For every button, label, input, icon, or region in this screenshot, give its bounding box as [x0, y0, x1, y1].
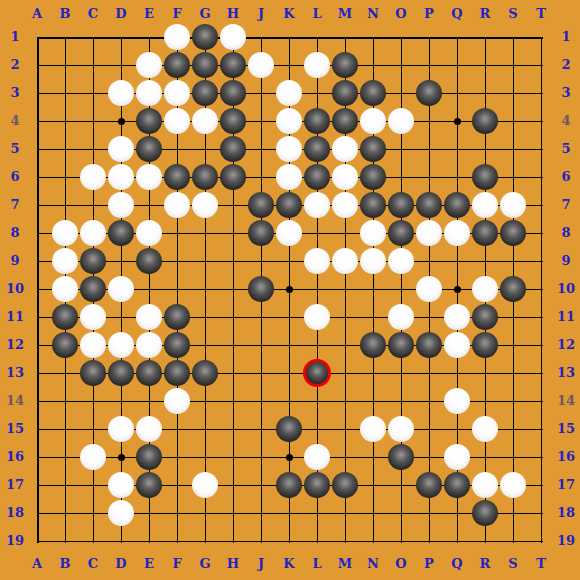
white-stone: [136, 80, 162, 106]
column-label-bottom: P: [419, 557, 439, 571]
column-label-top: B: [55, 7, 75, 21]
row-label-right: 14: [553, 394, 579, 408]
column-label-bottom: C: [83, 557, 103, 571]
white-stone: [304, 444, 330, 470]
white-stone: [108, 80, 134, 106]
black-stone: [192, 360, 218, 386]
white-stone: [332, 136, 358, 162]
page: { "game": "go", "board": { "size": 19, "…: [0, 0, 580, 580]
black-stone: [360, 332, 386, 358]
column-label-bottom: L: [307, 557, 327, 571]
white-stone: [136, 164, 162, 190]
black-stone: [416, 332, 442, 358]
go-board[interactable]: AABBCCDDEEFFGGHHJJKKLLMMNNOOPPQQRRSSTT11…: [0, 0, 580, 580]
column-label-top: C: [83, 7, 103, 21]
white-stone: [416, 276, 442, 302]
white-stone: [192, 472, 218, 498]
black-stone: [304, 472, 330, 498]
white-stone: [388, 248, 414, 274]
black-stone: [472, 220, 498, 246]
row-label-right: 5: [553, 142, 579, 156]
row-label-left: 1: [2, 30, 28, 44]
white-stone: [164, 192, 190, 218]
black-stone: [472, 500, 498, 526]
hoshi-dot: [454, 286, 461, 293]
row-label-right: 15: [553, 422, 579, 436]
column-label-top: N: [363, 7, 383, 21]
black-stone: [388, 444, 414, 470]
white-stone: [472, 472, 498, 498]
white-stone: [52, 248, 78, 274]
white-stone: [136, 52, 162, 78]
black-stone: [444, 192, 470, 218]
black-stone: [472, 332, 498, 358]
black-stone: [192, 52, 218, 78]
black-stone: [192, 24, 218, 50]
white-stone: [276, 136, 302, 162]
column-label-top: R: [475, 7, 495, 21]
white-stone: [388, 416, 414, 442]
last-move-marker: [303, 359, 331, 387]
column-label-top: M: [335, 7, 355, 21]
black-stone: [416, 80, 442, 106]
white-stone: [444, 220, 470, 246]
black-stone: [192, 164, 218, 190]
black-stone: [108, 360, 134, 386]
hoshi-dot: [454, 118, 461, 125]
white-stone: [136, 220, 162, 246]
column-label-bottom: O: [391, 557, 411, 571]
row-label-right: 18: [553, 506, 579, 520]
row-label-right: 6: [553, 170, 579, 184]
column-label-bottom: F: [167, 557, 187, 571]
white-stone: [276, 80, 302, 106]
white-stone: [444, 332, 470, 358]
column-label-top: G: [195, 7, 215, 21]
black-stone: [108, 220, 134, 246]
column-label-top: T: [531, 7, 551, 21]
white-stone: [164, 80, 190, 106]
row-label-right: 16: [553, 450, 579, 464]
row-label-right: 3: [553, 86, 579, 100]
column-label-top: K: [279, 7, 299, 21]
row-label-right: 19: [553, 534, 579, 548]
black-stone: [136, 472, 162, 498]
column-label-bottom: S: [503, 557, 523, 571]
white-stone: [248, 52, 274, 78]
column-label-top: D: [111, 7, 131, 21]
black-stone: [416, 192, 442, 218]
hoshi-dot: [286, 286, 293, 293]
white-stone: [304, 192, 330, 218]
black-stone: [220, 52, 246, 78]
white-stone: [276, 164, 302, 190]
white-stone: [388, 304, 414, 330]
black-stone: [248, 276, 274, 302]
black-stone: [192, 80, 218, 106]
white-stone: [332, 164, 358, 190]
column-label-top: J: [251, 7, 271, 21]
white-stone: [80, 164, 106, 190]
black-stone: [52, 332, 78, 358]
black-stone: [444, 472, 470, 498]
white-stone: [304, 304, 330, 330]
black-stone: [360, 80, 386, 106]
black-stone: [360, 164, 386, 190]
column-label-top: F: [167, 7, 187, 21]
white-stone: [444, 444, 470, 470]
row-label-left: 12: [2, 338, 28, 352]
white-stone: [332, 248, 358, 274]
row-label-right: 7: [553, 198, 579, 212]
black-stone: [52, 304, 78, 330]
column-label-bottom: T: [531, 557, 551, 571]
white-stone: [52, 276, 78, 302]
column-label-bottom: G: [195, 557, 215, 571]
white-stone: [444, 388, 470, 414]
black-stone: [500, 220, 526, 246]
black-stone: [360, 136, 386, 162]
hoshi-dot: [118, 454, 125, 461]
black-stone: [164, 304, 190, 330]
white-stone: [416, 220, 442, 246]
row-label-right: 1: [553, 30, 579, 44]
black-stone: [136, 248, 162, 274]
black-stone: [80, 360, 106, 386]
white-stone: [164, 108, 190, 134]
white-stone: [332, 192, 358, 218]
black-stone: [80, 248, 106, 274]
white-stone: [108, 136, 134, 162]
white-stone: [304, 52, 330, 78]
white-stone: [276, 108, 302, 134]
white-stone: [304, 248, 330, 274]
row-label-right: 17: [553, 478, 579, 492]
column-label-top: S: [503, 7, 523, 21]
black-stone: [164, 52, 190, 78]
white-stone: [108, 332, 134, 358]
hoshi-dot: [118, 118, 125, 125]
black-stone: [248, 192, 274, 218]
white-stone: [108, 416, 134, 442]
white-stone: [360, 416, 386, 442]
black-stone: [276, 192, 302, 218]
white-stone: [360, 220, 386, 246]
column-label-bottom: K: [279, 557, 299, 571]
row-label-left: 18: [2, 506, 28, 520]
white-stone: [500, 472, 526, 498]
black-stone: [332, 472, 358, 498]
white-stone: [472, 192, 498, 218]
white-stone: [136, 332, 162, 358]
black-stone: [136, 444, 162, 470]
column-label-bottom: D: [111, 557, 131, 571]
black-stone: [220, 108, 246, 134]
black-stone: [136, 108, 162, 134]
row-label-left: 19: [2, 534, 28, 548]
white-stone: [192, 108, 218, 134]
row-label-left: 17: [2, 478, 28, 492]
column-label-bottom: E: [139, 557, 159, 571]
white-stone: [80, 332, 106, 358]
black-stone: [500, 276, 526, 302]
black-stone: [332, 52, 358, 78]
white-stone: [360, 248, 386, 274]
black-stone: [472, 164, 498, 190]
black-stone: [388, 332, 414, 358]
white-stone: [500, 192, 526, 218]
black-stone: [80, 276, 106, 302]
row-label-right: 12: [553, 338, 579, 352]
white-stone: [472, 276, 498, 302]
column-label-bottom: Q: [447, 557, 467, 571]
column-label-bottom: B: [55, 557, 75, 571]
black-stone: [164, 164, 190, 190]
row-label-left: 2: [2, 58, 28, 72]
white-stone: [220, 24, 246, 50]
white-stone: [276, 220, 302, 246]
row-label-right: 4: [553, 114, 579, 128]
column-label-top: H: [223, 7, 243, 21]
row-label-left: 3: [2, 86, 28, 100]
white-stone: [388, 108, 414, 134]
column-label-top: Q: [447, 7, 467, 21]
black-stone: [220, 80, 246, 106]
white-stone: [52, 220, 78, 246]
black-stone: [248, 220, 274, 246]
row-label-right: 8: [553, 226, 579, 240]
black-stone: [360, 192, 386, 218]
row-label-left: 5: [2, 142, 28, 156]
column-label-bottom: N: [363, 557, 383, 571]
row-label-left: 15: [2, 422, 28, 436]
black-stone: [416, 472, 442, 498]
column-label-bottom: R: [475, 557, 495, 571]
black-stone: [332, 80, 358, 106]
column-label-bottom: J: [251, 557, 271, 571]
white-stone: [108, 472, 134, 498]
column-label-top: E: [139, 7, 159, 21]
white-stone: [80, 444, 106, 470]
white-stone: [192, 192, 218, 218]
black-stone: [164, 360, 190, 386]
column-label-top: A: [27, 7, 47, 21]
black-stone: [136, 360, 162, 386]
row-label-left: 11: [2, 310, 28, 324]
white-stone: [108, 164, 134, 190]
white-stone: [80, 220, 106, 246]
white-stone: [80, 304, 106, 330]
black-stone: [276, 416, 302, 442]
row-label-left: 16: [2, 450, 28, 464]
column-label-top: L: [307, 7, 327, 21]
black-stone: [472, 304, 498, 330]
column-label-bottom: M: [335, 557, 355, 571]
white-stone: [136, 416, 162, 442]
row-label-left: 6: [2, 170, 28, 184]
black-stone: [136, 136, 162, 162]
row-label-left: 13: [2, 366, 28, 380]
column-label-bottom: A: [27, 557, 47, 571]
row-label-right: 9: [553, 254, 579, 268]
black-stone: [332, 108, 358, 134]
white-stone: [444, 304, 470, 330]
column-label-bottom: H: [223, 557, 243, 571]
black-stone: [220, 164, 246, 190]
white-stone: [108, 500, 134, 526]
hoshi-dot: [286, 454, 293, 461]
row-label-right: 13: [553, 366, 579, 380]
white-stone: [360, 108, 386, 134]
row-label-left: 9: [2, 254, 28, 268]
black-stone: [388, 192, 414, 218]
row-label-right: 10: [553, 282, 579, 296]
black-stone: [304, 164, 330, 190]
black-stone: [304, 136, 330, 162]
white-stone: [108, 276, 134, 302]
column-label-top: O: [391, 7, 411, 21]
row-label-left: 8: [2, 226, 28, 240]
black-stone: [220, 136, 246, 162]
white-stone: [164, 24, 190, 50]
white-stone: [108, 192, 134, 218]
row-label-left: 10: [2, 282, 28, 296]
black-stone: [472, 108, 498, 134]
black-stone: [276, 472, 302, 498]
white-stone: [164, 388, 190, 414]
row-label-left: 7: [2, 198, 28, 212]
black-stone: [388, 220, 414, 246]
row-label-left: 14: [2, 394, 28, 408]
row-label-right: 11: [553, 310, 579, 324]
row-label-left: 4: [2, 114, 28, 128]
white-stone: [472, 416, 498, 442]
black-stone: [164, 332, 190, 358]
row-label-right: 2: [553, 58, 579, 72]
column-label-top: P: [419, 7, 439, 21]
white-stone: [136, 304, 162, 330]
black-stone: [304, 108, 330, 134]
